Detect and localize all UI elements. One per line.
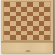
board-frame bbox=[1, 0, 54, 42]
drawer-front bbox=[1, 42, 54, 53]
wooden-game-box bbox=[1, 0, 54, 53]
board-photo bbox=[0, 0, 55, 55]
checkerboard bbox=[4, 2, 50, 40]
box-drop-shadow bbox=[2, 53, 53, 55]
drawer-notch-handle bbox=[25, 50, 30, 52]
box-right-shadow bbox=[53, 0, 55, 54]
board-square[interactable] bbox=[44, 35, 50, 40]
